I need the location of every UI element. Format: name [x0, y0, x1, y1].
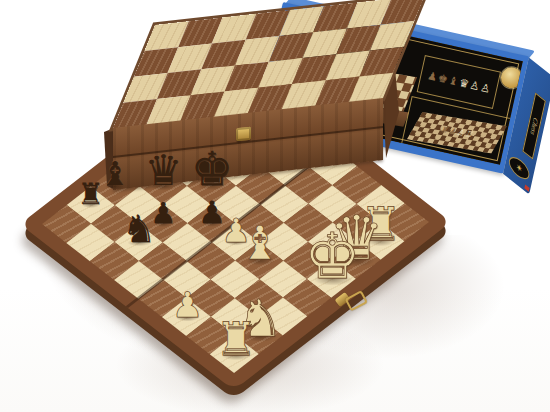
box-red-mark	[524, 184, 529, 191]
box-brand-logo: ✶	[507, 152, 530, 184]
box-gold-seal	[499, 65, 523, 90]
box-side-text: Chess	[529, 115, 540, 137]
product-photo: SCHACH ♟♚♝♛♙♙ ♜♟♙♖ Chess ✶	[0, 0, 550, 412]
case-brass-clasp-icon	[236, 127, 251, 142]
box-board-image: ♜♟♙♖	[400, 96, 513, 165]
box-piece-glyph: ♙	[479, 81, 491, 94]
box-side-label: Chess	[522, 93, 545, 160]
